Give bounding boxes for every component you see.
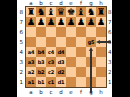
square-c3: c3 [46, 57, 56, 67]
square-c1: c1 [46, 77, 56, 87]
square-f5 [76, 37, 86, 47]
file-label-bottom-c: c [46, 88, 56, 97]
square-e6 [66, 27, 76, 37]
black-pawn-f7: ♟ [77, 17, 86, 27]
file-label-bottom-f: f [76, 88, 86, 97]
square-d7: ♟ [56, 17, 66, 27]
black-pawn-e7: ♟ [67, 17, 76, 27]
square-name-label-c2: c2 [46, 67, 56, 77]
square-a7: ♟ [26, 17, 36, 27]
file-labels-bottom: abcdefgh [26, 88, 106, 97]
square-name-label-b3: b3 [36, 57, 46, 67]
black-pawn-b7: ♟ [37, 17, 46, 27]
square-b7: ♟ [36, 17, 46, 27]
file-label-bottom-d: d [56, 88, 66, 97]
square-a4: a4 [26, 47, 36, 57]
square-e5 [66, 37, 76, 47]
rank-labels-left: 87654321 [17, 7, 24, 87]
square-f7: ♟ [76, 17, 86, 27]
square-b3: b3 [36, 57, 46, 67]
rank-label-left-4: 4 [17, 47, 24, 57]
square-b5 [36, 37, 46, 47]
rank-label-left-3: 3 [17, 57, 24, 67]
square-name-label-a3: a3 [26, 57, 36, 67]
square-name-label-a1: a1 [26, 77, 36, 87]
square-c7: ♟ [46, 17, 56, 27]
black-pawn-h7: ♟ [97, 17, 106, 27]
g-file-arrow-shaft [90, 51, 92, 93]
square-name-label-c4: c4 [46, 47, 56, 57]
file-label-bottom-h: h [96, 88, 106, 97]
square-h2 [96, 67, 106, 77]
rank-label-right-8: 8 [108, 7, 114, 17]
square-f1 [76, 77, 86, 87]
square-name-label-b4: b4 [36, 47, 46, 57]
file-label-bottom-b: b [36, 88, 46, 97]
rank-label-right-2: 2 [108, 67, 114, 77]
rank-label-right-4: 4 [108, 47, 114, 57]
square-d6 [56, 27, 66, 37]
square-b6 [36, 27, 46, 37]
square-name-label-b2: b2 [36, 67, 46, 77]
screenshot-root: abcdefgh 87654321 87654321 abcdefgh ♜♞♝♛… [0, 0, 130, 97]
square-h3 [96, 57, 106, 67]
square-a3: a3 [26, 57, 36, 67]
chess-board: ♜♞♝♛♚♝♞♜♟♟♟♟♟♟♟♟g5a4b4c4d4a3b3c3d3a2b2c2… [25, 6, 107, 88]
square-d4: d4 [56, 47, 66, 57]
square-c4: c4 [46, 47, 56, 57]
rank-label-right-7: 7 [108, 17, 114, 27]
square-b2: b2 [36, 67, 46, 77]
square-name-label-c1: c1 [46, 77, 56, 87]
square-c5 [46, 37, 56, 47]
g-file-arrow-head-icon [89, 47, 93, 51]
square-b4: b4 [36, 47, 46, 57]
rank-label-left-1: 1 [17, 77, 24, 87]
square-name-label-c3: c3 [46, 57, 56, 67]
square-f4 [76, 47, 86, 57]
black-pawn-c7: ♟ [47, 17, 56, 27]
square-e2 [66, 67, 76, 77]
rank-label-left-2: 2 [17, 67, 24, 77]
square-e4 [66, 47, 76, 57]
rank-label-left-7: 7 [17, 17, 24, 27]
black-pawn-d7: ♟ [57, 17, 66, 27]
square-d2: d2 [56, 67, 66, 77]
black-pawn-g7: ♟ [87, 17, 96, 27]
square-e1 [66, 77, 76, 87]
square-g6 [86, 27, 96, 37]
square-h4 [96, 47, 106, 57]
square-name-label-d4: d4 [56, 47, 66, 57]
square-c2: c2 [46, 67, 56, 77]
square-e3 [66, 57, 76, 67]
square-f2 [76, 67, 86, 77]
rank-label-left-8: 8 [17, 7, 24, 17]
square-h1 [96, 77, 106, 87]
rank-5-arrow-shaft [100, 41, 111, 43]
square-d1: d1 [56, 77, 66, 87]
rank-label-right-3: 3 [108, 57, 114, 67]
square-h7: ♟ [96, 17, 106, 27]
square-d5 [56, 37, 66, 47]
square-a2: a2 [26, 67, 36, 77]
square-f3 [76, 57, 86, 67]
file-label-bottom-a: a [26, 88, 36, 97]
rank-label-right-6: 6 [108, 27, 114, 37]
square-name-label-d1: d1 [56, 77, 66, 87]
black-pawn-a7: ♟ [27, 17, 36, 27]
square-e7: ♟ [66, 17, 76, 27]
square-h6 [96, 27, 106, 37]
rank-labels-right: 87654321 [108, 7, 114, 87]
rank-5-arrow-head-icon [96, 40, 100, 44]
square-b1: b1 [36, 77, 46, 87]
square-name-label-d3: d3 [56, 57, 66, 67]
square-a5 [26, 37, 36, 47]
square-name-label-a4: a4 [26, 47, 36, 57]
square-name-label-d2: d2 [56, 67, 66, 77]
square-d3: d3 [56, 57, 66, 67]
square-g7: ♟ [86, 17, 96, 27]
square-name-label-b1: b1 [36, 77, 46, 87]
rank-label-left-5: 5 [17, 37, 24, 47]
rank-label-right-1: 1 [108, 77, 114, 87]
rank-label-left-6: 6 [17, 27, 24, 37]
square-c6 [46, 27, 56, 37]
square-g5: g5 [86, 37, 96, 47]
square-name-label-g5: g5 [86, 37, 96, 47]
file-label-bottom-e: e [66, 88, 76, 97]
square-f6 [76, 27, 86, 37]
square-a1: a1 [26, 77, 36, 87]
square-name-label-a2: a2 [26, 67, 36, 77]
square-a6 [26, 27, 36, 37]
